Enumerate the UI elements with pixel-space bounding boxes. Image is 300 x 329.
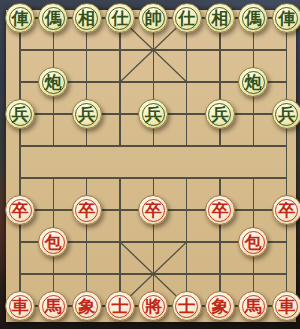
board-point[interactable] <box>103 130 136 162</box>
board-point[interactable] <box>3 34 36 66</box>
board-point[interactable]: 象 <box>203 290 236 322</box>
piece-glyph: 包 <box>245 234 262 251</box>
piece-glyph: 士 <box>111 298 128 315</box>
piece-top-horse[interactable]: 傌 <box>238 3 268 33</box>
board-point[interactable]: 仕 <box>103 2 136 34</box>
board-point[interactable] <box>137 226 170 258</box>
board-point[interactable] <box>103 34 136 66</box>
piece-glyph: 仕 <box>178 10 195 27</box>
piece-top-chariot[interactable]: 俥 <box>272 3 300 33</box>
board-point[interactable] <box>170 98 203 130</box>
board-point[interactable]: 車 <box>3 290 36 322</box>
piece-bottom-general[interactable]: 將 <box>138 291 168 321</box>
board-point[interactable]: 馬 <box>237 290 270 322</box>
board-point[interactable]: 將 <box>137 290 170 322</box>
piece-glyph: 卒 <box>78 202 95 219</box>
board-point[interactable] <box>237 98 270 130</box>
board-point[interactable]: 傌 <box>237 2 270 34</box>
board-point[interactable]: 士 <box>103 290 136 322</box>
board-point[interactable] <box>3 130 36 162</box>
board-point[interactable]: 相 <box>203 2 236 34</box>
piece-top-general[interactable]: 帥 <box>138 3 168 33</box>
piece-glyph: 炮 <box>45 74 62 91</box>
piece-top-horse[interactable]: 傌 <box>38 3 68 33</box>
board-point[interactable] <box>103 258 136 290</box>
piece-bottom-elephant[interactable]: 象 <box>72 291 102 321</box>
board-point[interactable] <box>170 194 203 226</box>
board-point[interactable] <box>137 162 170 194</box>
board-point[interactable]: 傌 <box>37 2 70 34</box>
board-point[interactable] <box>170 34 203 66</box>
board-point[interactable]: 俥 <box>3 2 36 34</box>
board-point[interactable]: 炮 <box>237 66 270 98</box>
board-point[interactable] <box>103 98 136 130</box>
piece-bottom-horse[interactable]: 馬 <box>238 291 268 321</box>
piece-top-elephant[interactable]: 相 <box>205 3 235 33</box>
board-point[interactable] <box>3 258 36 290</box>
board-point[interactable] <box>3 226 36 258</box>
piece-glyph: 仕 <box>111 10 128 27</box>
table-background: 俥傌相仕帥仕相傌俥炮炮兵兵兵兵兵卒卒卒卒卒包包車馬象士將士象馬車 <box>0 0 300 329</box>
board-point[interactable]: 士 <box>170 290 203 322</box>
board-point[interactable] <box>37 162 70 194</box>
piece-bottom-advisor[interactable]: 士 <box>172 291 202 321</box>
board-point[interactable] <box>270 258 300 290</box>
board-point[interactable] <box>70 226 103 258</box>
board-point[interactable] <box>203 162 236 194</box>
piece-glyph: 炮 <box>245 74 262 91</box>
piece-bottom-chariot[interactable]: 車 <box>5 291 35 321</box>
board-point[interactable] <box>37 98 70 130</box>
board-point[interactable] <box>203 34 236 66</box>
board-point[interactable] <box>170 66 203 98</box>
piece-glyph: 車 <box>12 298 29 315</box>
board-point[interactable] <box>137 34 170 66</box>
board-point[interactable]: 車 <box>270 290 300 322</box>
piece-bottom-elephant[interactable]: 象 <box>205 291 235 321</box>
board-point[interactable] <box>237 162 270 194</box>
board-point[interactable]: 包 <box>237 226 270 258</box>
piece-top-chariot[interactable]: 俥 <box>5 3 35 33</box>
piece-top-cannon[interactable]: 炮 <box>38 67 68 97</box>
piece-glyph: 象 <box>211 298 228 315</box>
piece-glyph: 將 <box>145 298 162 315</box>
piece-glyph: 兵 <box>211 106 228 123</box>
board-point[interactable] <box>137 258 170 290</box>
board-point[interactable]: 帥 <box>137 2 170 34</box>
board-point[interactable] <box>103 194 136 226</box>
piece-glyph: 士 <box>178 298 195 315</box>
board-point[interactable] <box>37 34 70 66</box>
board-point[interactable] <box>37 130 70 162</box>
piece-bottom-cannon[interactable]: 包 <box>238 227 268 257</box>
board-point[interactable] <box>37 258 70 290</box>
piece-glyph: 象 <box>78 298 95 315</box>
board-point[interactable]: 兵 <box>203 98 236 130</box>
piece-bottom-soldier[interactable]: 卒 <box>205 195 235 225</box>
board-point[interactable] <box>170 130 203 162</box>
board-point[interactable] <box>270 130 300 162</box>
piece-glyph: 馬 <box>245 298 262 315</box>
piece-top-soldier[interactable]: 兵 <box>205 99 235 129</box>
piece-bottom-cannon[interactable]: 包 <box>38 227 68 257</box>
board-point[interactable] <box>70 34 103 66</box>
piece-glyph: 卒 <box>12 202 29 219</box>
board-point[interactable] <box>237 34 270 66</box>
piece-top-advisor[interactable]: 仕 <box>172 3 202 33</box>
piece-bottom-soldier[interactable]: 卒 <box>138 195 168 225</box>
piece-bottom-soldier[interactable]: 卒 <box>272 195 300 225</box>
piece-top-soldier[interactable]: 兵 <box>138 99 168 129</box>
board-point[interactable]: 兵 <box>70 98 103 130</box>
piece-glyph: 兵 <box>12 106 29 123</box>
piece-glyph: 包 <box>45 234 62 251</box>
piece-top-soldier[interactable]: 兵 <box>5 99 35 129</box>
piece-glyph: 俥 <box>278 10 295 27</box>
board-point[interactable]: 仕 <box>170 2 203 34</box>
piece-bottom-advisor[interactable]: 士 <box>105 291 135 321</box>
board-point[interactable] <box>70 162 103 194</box>
board-point[interactable]: 兵 <box>270 98 300 130</box>
board-point[interactable] <box>137 66 170 98</box>
piece-bottom-horse[interactable]: 馬 <box>38 291 68 321</box>
board-point[interactable] <box>270 66 300 98</box>
board-point[interactable]: 兵 <box>137 98 170 130</box>
board-point[interactable] <box>270 34 300 66</box>
board-point[interactable] <box>3 66 36 98</box>
board-point[interactable] <box>170 226 203 258</box>
board-point[interactable] <box>270 226 300 258</box>
board-point[interactable] <box>237 194 270 226</box>
board-point[interactable]: 包 <box>37 226 70 258</box>
board-point[interactable]: 卒 <box>203 194 236 226</box>
board-point[interactable]: 卒 <box>137 194 170 226</box>
board-point[interactable]: 象 <box>70 290 103 322</box>
board-point[interactable]: 兵 <box>3 98 36 130</box>
piece-glyph: 馬 <box>45 298 62 315</box>
piece-glyph: 車 <box>278 298 295 315</box>
board-point[interactable]: 卒 <box>270 194 300 226</box>
board-point[interactable] <box>70 66 103 98</box>
piece-top-advisor[interactable]: 仕 <box>105 3 135 33</box>
board-point[interactable]: 馬 <box>37 290 70 322</box>
board-point[interactable] <box>270 162 300 194</box>
board-point[interactable]: 卒 <box>3 194 36 226</box>
board-points-grid: 俥傌相仕帥仕相傌俥炮炮兵兵兵兵兵卒卒卒卒卒包包車馬象士將士象馬車 <box>3 2 300 322</box>
piece-top-cannon[interactable]: 炮 <box>238 67 268 97</box>
board-point[interactable] <box>103 66 136 98</box>
board-point[interactable] <box>70 130 103 162</box>
board-point[interactable] <box>237 130 270 162</box>
board-point[interactable] <box>103 226 136 258</box>
piece-glyph: 相 <box>78 10 95 27</box>
piece-glyph: 俥 <box>12 10 29 27</box>
piece-top-soldier[interactable]: 兵 <box>72 99 102 129</box>
board-point[interactable] <box>203 258 236 290</box>
xiangqi-board: 俥傌相仕帥仕相傌俥炮炮兵兵兵兵兵卒卒卒卒卒包包車馬象士將士象馬車 <box>6 10 296 322</box>
piece-bottom-soldier[interactable]: 卒 <box>72 195 102 225</box>
piece-bottom-chariot[interactable]: 車 <box>272 291 300 321</box>
board-point[interactable] <box>103 162 136 194</box>
board-point[interactable]: 俥 <box>270 2 300 34</box>
board-point[interactable] <box>203 66 236 98</box>
board-point[interactable] <box>70 258 103 290</box>
board-point[interactable] <box>37 194 70 226</box>
piece-glyph: 傌 <box>45 10 62 27</box>
piece-glyph: 兵 <box>145 106 162 123</box>
piece-glyph: 卒 <box>278 202 295 219</box>
piece-top-soldier[interactable]: 兵 <box>272 99 300 129</box>
board-point[interactable] <box>203 226 236 258</box>
board-point[interactable]: 炮 <box>37 66 70 98</box>
piece-glyph: 兵 <box>78 106 95 123</box>
piece-glyph: 兵 <box>278 106 295 123</box>
piece-glyph: 帥 <box>145 10 162 27</box>
piece-glyph: 相 <box>211 10 228 27</box>
board-point[interactable] <box>203 130 236 162</box>
piece-glyph: 卒 <box>145 202 162 219</box>
board-point[interactable] <box>237 258 270 290</box>
board-point[interactable]: 卒 <box>70 194 103 226</box>
piece-bottom-soldier[interactable]: 卒 <box>5 195 35 225</box>
board-point[interactable] <box>170 162 203 194</box>
piece-glyph: 卒 <box>211 202 228 219</box>
board-point[interactable] <box>137 130 170 162</box>
board-point[interactable]: 相 <box>70 2 103 34</box>
piece-top-elephant[interactable]: 相 <box>72 3 102 33</box>
board-point[interactable] <box>170 258 203 290</box>
piece-glyph: 傌 <box>245 10 262 27</box>
board-point[interactable] <box>3 162 36 194</box>
